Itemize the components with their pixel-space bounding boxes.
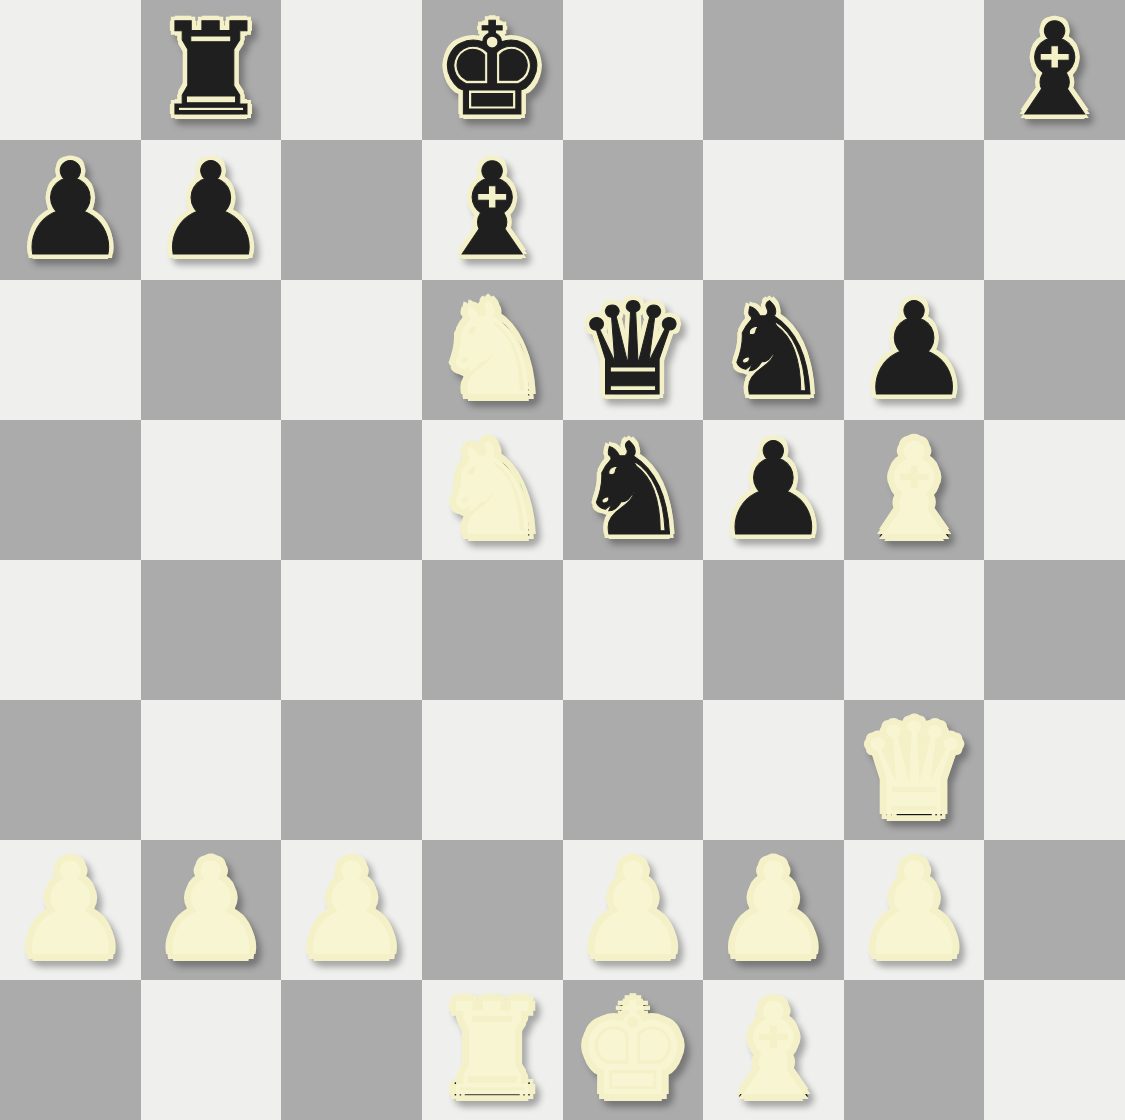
white-pawn[interactable]: ♟ — [575, 846, 690, 974]
square-b2[interactable]: ♟ — [141, 840, 282, 980]
white-pawn[interactable]: ♟ — [13, 846, 128, 974]
black-pawn[interactable]: ♟ — [716, 426, 831, 554]
square-c3[interactable] — [281, 700, 422, 840]
square-d6[interactable]: ♞ — [422, 280, 563, 420]
black-pawn[interactable]: ♟ — [13, 146, 128, 274]
square-e3[interactable] — [563, 700, 704, 840]
square-h3[interactable] — [984, 700, 1125, 840]
square-a5[interactable] — [0, 420, 141, 560]
square-d3[interactable] — [422, 700, 563, 840]
square-a8[interactable] — [0, 0, 141, 140]
square-e6[interactable]: ♛ — [563, 280, 704, 420]
square-e5[interactable]: ♞ — [563, 420, 704, 560]
square-d8[interactable]: ♚ — [422, 0, 563, 140]
square-a6[interactable] — [0, 280, 141, 420]
square-d1[interactable]: ♜ — [422, 980, 563, 1120]
square-f6[interactable]: ♞ — [703, 280, 844, 420]
square-d5[interactable]: ♞ — [422, 420, 563, 560]
square-g3[interactable]: ♛ — [844, 700, 985, 840]
white-king[interactable]: ♚ — [575, 986, 690, 1114]
square-a3[interactable] — [0, 700, 141, 840]
square-h1[interactable] — [984, 980, 1125, 1120]
chess-board: ♜♚♝♟♟♝♞♛♞♟♞♞♟♝♛♟♟♟♟♟♟♜♚♝ — [0, 0, 1125, 1120]
square-e1[interactable]: ♚ — [563, 980, 704, 1120]
black-pawn[interactable]: ♟ — [154, 146, 269, 274]
square-b6[interactable] — [141, 280, 282, 420]
square-c2[interactable]: ♟ — [281, 840, 422, 980]
white-bishop[interactable]: ♝ — [857, 426, 972, 554]
square-c7[interactable] — [281, 140, 422, 280]
square-c1[interactable] — [281, 980, 422, 1120]
square-c5[interactable] — [281, 420, 422, 560]
square-d7[interactable]: ♝ — [422, 140, 563, 280]
square-g8[interactable] — [844, 0, 985, 140]
black-knight[interactable]: ♞ — [575, 426, 690, 554]
square-e2[interactable]: ♟ — [563, 840, 704, 980]
black-rook[interactable]: ♜ — [154, 6, 269, 134]
square-h7[interactable] — [984, 140, 1125, 280]
square-c8[interactable] — [281, 0, 422, 140]
white-pawn[interactable]: ♟ — [716, 846, 831, 974]
square-a2[interactable]: ♟ — [0, 840, 141, 980]
white-pawn[interactable]: ♟ — [294, 846, 409, 974]
square-d2[interactable] — [422, 840, 563, 980]
square-h6[interactable] — [984, 280, 1125, 420]
square-f5[interactable]: ♟ — [703, 420, 844, 560]
square-b3[interactable] — [141, 700, 282, 840]
square-f3[interactable] — [703, 700, 844, 840]
square-g4[interactable] — [844, 560, 985, 700]
square-a7[interactable]: ♟ — [0, 140, 141, 280]
square-c6[interactable] — [281, 280, 422, 420]
square-g5[interactable]: ♝ — [844, 420, 985, 560]
square-b5[interactable] — [141, 420, 282, 560]
white-pawn[interactable]: ♟ — [154, 846, 269, 974]
square-d4[interactable] — [422, 560, 563, 700]
black-bishop[interactable]: ♝ — [435, 146, 550, 274]
square-h2[interactable] — [984, 840, 1125, 980]
square-f7[interactable] — [703, 140, 844, 280]
black-king[interactable]: ♚ — [435, 6, 550, 134]
white-knight[interactable]: ♞ — [435, 286, 550, 414]
black-bishop[interactable]: ♝ — [997, 6, 1112, 134]
square-a1[interactable] — [0, 980, 141, 1120]
square-h5[interactable] — [984, 420, 1125, 560]
square-b1[interactable] — [141, 980, 282, 1120]
square-g6[interactable]: ♟ — [844, 280, 985, 420]
square-g2[interactable]: ♟ — [844, 840, 985, 980]
square-e4[interactable] — [563, 560, 704, 700]
white-bishop[interactable]: ♝ — [716, 986, 831, 1114]
square-g1[interactable] — [844, 980, 985, 1120]
square-f2[interactable]: ♟ — [703, 840, 844, 980]
square-g7[interactable] — [844, 140, 985, 280]
black-queen[interactable]: ♛ — [575, 286, 690, 414]
square-c4[interactable] — [281, 560, 422, 700]
square-b7[interactable]: ♟ — [141, 140, 282, 280]
square-f1[interactable]: ♝ — [703, 980, 844, 1120]
white-knight[interactable]: ♞ — [435, 426, 550, 554]
square-e7[interactable] — [563, 140, 704, 280]
square-f8[interactable] — [703, 0, 844, 140]
white-rook[interactable]: ♜ — [435, 986, 550, 1114]
square-h8[interactable]: ♝ — [984, 0, 1125, 140]
square-b8[interactable]: ♜ — [141, 0, 282, 140]
square-e8[interactable] — [563, 0, 704, 140]
square-a4[interactable] — [0, 560, 141, 700]
white-queen[interactable]: ♛ — [857, 706, 972, 834]
square-b4[interactable] — [141, 560, 282, 700]
square-f4[interactable] — [703, 560, 844, 700]
black-knight[interactable]: ♞ — [716, 286, 831, 414]
white-pawn[interactable]: ♟ — [857, 846, 972, 974]
square-h4[interactable] — [984, 560, 1125, 700]
black-pawn[interactable]: ♟ — [857, 286, 972, 414]
